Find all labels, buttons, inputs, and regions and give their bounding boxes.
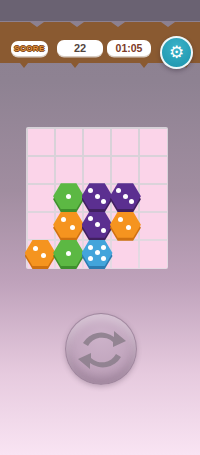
gear-icon: ⚙: [169, 44, 184, 61]
hex-die-orange-2[interactable]: [25, 240, 56, 269]
die-pip: [101, 245, 106, 250]
score-value-box: 22: [57, 40, 103, 56]
settings-button[interactable]: ⚙: [160, 36, 193, 69]
die-pip: [126, 225, 131, 230]
hex-die-green-1[interactable]: [53, 240, 84, 269]
die-pip: [88, 245, 93, 250]
die-pip: [101, 228, 106, 233]
hex-die-green-1[interactable]: [53, 183, 84, 212]
die-pip: [101, 199, 106, 204]
die-pip: [95, 250, 100, 255]
game-screen: SCORE 22 01:05 ⚙: [0, 0, 200, 455]
die-pip: [118, 217, 123, 222]
die-pip: [95, 222, 100, 227]
hex-die-purple-3[interactable]: [82, 183, 113, 212]
score-badge: SCORE: [11, 41, 48, 56]
hex-die-orange-2[interactable]: [53, 212, 84, 241]
timer-box: 01:05: [107, 40, 151, 56]
hex-die-blue-5[interactable]: [82, 240, 113, 269]
die-pip: [88, 216, 93, 221]
hud: SCORE 22 01:05 ⚙: [0, 21, 200, 68]
die-pip: [41, 253, 46, 258]
status-bar-band: [0, 0, 200, 21]
die-pip: [129, 199, 134, 204]
die-pip: [61, 217, 66, 222]
score-label: SCORE: [14, 44, 44, 53]
rotate-arrows-icon: [66, 314, 138, 386]
pieces-layer: [26, 127, 168, 269]
hex-die-orange-2[interactable]: [110, 212, 141, 241]
timer-value: 01:05: [116, 42, 143, 54]
die-pip: [95, 194, 100, 199]
die-pip: [116, 188, 121, 193]
die-pip: [101, 256, 106, 261]
die-pip: [33, 246, 38, 251]
die-pip: [88, 256, 93, 261]
hex-die-purple-3[interactable]: [82, 212, 113, 241]
die-pip: [88, 188, 93, 193]
score-value: 22: [74, 42, 86, 54]
die-pip: [123, 194, 128, 199]
die-pip: [66, 251, 71, 256]
die-pip: [66, 194, 71, 199]
rotate-dial[interactable]: [65, 313, 137, 385]
hex-die-purple-3[interactable]: [110, 183, 141, 212]
die-pip: [70, 225, 75, 230]
